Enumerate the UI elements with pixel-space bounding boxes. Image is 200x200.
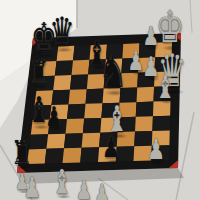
piece-white-pawn-a2[interactable]: ♟ bbox=[147, 136, 165, 164]
piece-black-rook-f8[interactable]: ♜ bbox=[29, 57, 49, 88]
captured-piece-white-pawn: ♟ bbox=[23, 174, 41, 200]
piece-black-rook-a8[interactable]: ♜ bbox=[11, 136, 32, 169]
piece-black-pawn-c7[interactable]: ♟ bbox=[45, 103, 62, 130]
piece-black-knight-e4[interactable]: ♞ bbox=[98, 49, 127, 94]
pieces-layer: ♚♛♜♝♞♝♟♜♟♟♚♟♟♛♝♝♟♟♟♝♟♟ bbox=[0, 0, 200, 200]
piece-white-bishop-d1[interactable]: ♝ bbox=[155, 71, 176, 103]
captured-piece-white-pawn: ♟ bbox=[94, 181, 109, 200]
piece-white-bishop-c3[interactable]: ♝ bbox=[106, 102, 129, 137]
captured-piece-white-pawn: ♟ bbox=[76, 177, 93, 200]
piece-black-queen-h7[interactable]: ♛ bbox=[49, 12, 74, 51]
captured-piece-white-bishop: ♝ bbox=[51, 165, 72, 198]
piece-white-king-h1[interactable]: ♚ bbox=[156, 5, 184, 49]
chess-scene: ♚♛♜♝♞♝♟♜♟♟♚♟♟♛♝♝♟♟♟♝♟♟ bbox=[0, 0, 200, 200]
